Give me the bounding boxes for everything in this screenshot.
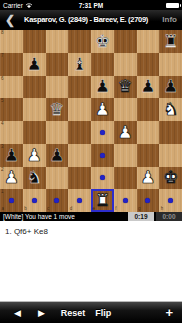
square-h6[interactable]: ♟	[159, 76, 182, 99]
battery-icon	[166, 3, 179, 8]
square-g2[interactable]: ♟	[137, 167, 160, 190]
square-b2[interactable]: ♞	[23, 167, 46, 190]
square-d2[interactable]	[68, 167, 91, 190]
square-h7[interactable]	[159, 53, 182, 76]
square-b1[interactable]: b	[23, 189, 46, 212]
file-label-b: b	[24, 207, 27, 212]
square-a7[interactable]: 7	[0, 53, 23, 76]
square-a1[interactable]: 1a	[0, 189, 23, 212]
square-c1[interactable]: c	[46, 189, 69, 212]
rank-label-1: 1	[1, 190, 4, 195]
rank-label-7: 7	[1, 54, 4, 59]
game-status-strip: [White] You have 1 move 0:19 0:00	[0, 212, 182, 221]
black-pawn[interactable]: ♟	[140, 78, 155, 95]
legal-move-dot[interactable]	[145, 198, 150, 203]
flip-board-button[interactable]: Flip	[95, 308, 111, 318]
square-c4[interactable]	[46, 121, 69, 144]
app-window: Carrier 7:31 PM ❮ Kasparov, G. (2849) - …	[0, 0, 182, 323]
legal-move-dot[interactable]	[100, 175, 105, 180]
navigation-bar: ❮ Kasparov, G. (2849) - Bareev, E. (2709…	[0, 10, 182, 30]
file-label-d: d	[70, 207, 73, 212]
legal-move-dot[interactable]	[168, 198, 173, 203]
turn-message: [White] You have 1 move	[0, 212, 128, 221]
white-pawn[interactable]: ♟	[140, 169, 155, 186]
legal-move-dot[interactable]	[123, 198, 128, 203]
file-label-h: h	[161, 207, 164, 212]
square-e3[interactable]	[91, 144, 114, 167]
legal-move-dot[interactable]	[100, 130, 105, 135]
next-move-button[interactable]: ▶	[38, 308, 45, 318]
square-e5[interactable]: ♟	[91, 98, 114, 121]
reset-button[interactable]: Reset	[61, 308, 86, 318]
white-clock: 0:19	[128, 212, 154, 221]
white-knight[interactable]: ♞	[163, 101, 178, 118]
rank-label-4: 4	[1, 122, 4, 127]
rank-label-6: 6	[1, 77, 4, 82]
black-clock: 0:00	[156, 212, 182, 221]
white-pawn[interactable]: ♟	[4, 169, 19, 186]
previous-move-button[interactable]: ◀	[14, 308, 21, 318]
square-h5[interactable]: ♞	[159, 98, 182, 121]
square-c5[interactable]: ♛	[46, 98, 69, 121]
square-f5[interactable]	[114, 98, 137, 121]
square-b8[interactable]	[23, 30, 46, 53]
black-queen[interactable]: ♛	[49, 101, 64, 118]
black-rook[interactable]: ♜	[163, 33, 178, 50]
square-g6[interactable]: ♟	[137, 76, 160, 99]
square-c7[interactable]	[46, 53, 69, 76]
square-h4[interactable]	[159, 121, 182, 144]
black-pawn[interactable]: ♟	[49, 147, 64, 164]
square-b6[interactable]	[23, 76, 46, 99]
file-label-c: c	[47, 207, 49, 212]
square-e1[interactable]: e♜	[91, 189, 114, 212]
square-g5[interactable]	[137, 98, 160, 121]
square-f8[interactable]	[114, 30, 137, 53]
square-h3[interactable]	[159, 144, 182, 167]
square-g4[interactable]	[137, 121, 160, 144]
black-pawn[interactable]: ♟	[27, 56, 42, 73]
clock-time: 7:31 PM	[0, 2, 182, 9]
square-c2[interactable]	[46, 167, 69, 190]
square-c8[interactable]	[46, 30, 69, 53]
square-d6[interactable]	[68, 76, 91, 99]
white-pawn[interactable]: ♟	[118, 124, 133, 141]
square-d5[interactable]	[68, 98, 91, 121]
square-a5[interactable]: 5	[0, 98, 23, 121]
square-d8[interactable]	[68, 30, 91, 53]
move-list: 1. Qf6+ Ke8	[0, 221, 182, 301]
move-line[interactable]: 1. Qf6+ Ke8	[5, 227, 48, 236]
square-g8[interactable]	[137, 30, 160, 53]
square-h1[interactable]: h	[159, 189, 182, 212]
white-rook[interactable]: ♜	[95, 192, 110, 209]
square-b7[interactable]: ♟	[23, 53, 46, 76]
square-c3[interactable]: ♟	[46, 144, 69, 167]
legal-move-dot[interactable]	[9, 198, 14, 203]
square-e6[interactable]: ♟	[91, 76, 114, 99]
chess-board: 8♚♜7♟♝6♟♛♟♟5♛♟♞4♟3♟♟♟2♟♞♟♚1abcde♜fgh	[0, 30, 182, 212]
page-title: Kasparov, G. (2849) - Bareev, E. (2709)	[16, 15, 156, 24]
square-f2[interactable]	[114, 167, 137, 190]
square-a6[interactable]: 6	[0, 76, 23, 99]
square-e8[interactable]: ♚	[91, 30, 114, 53]
file-label-a: a	[2, 207, 5, 212]
legal-move-dot[interactable]	[100, 153, 105, 158]
ios-status-bar: Carrier 7:31 PM	[0, 0, 182, 10]
white-pawn[interactable]: ♟	[27, 147, 42, 164]
black-bishop[interactable]: ♝	[72, 56, 87, 73]
square-d7[interactable]: ♝	[68, 53, 91, 76]
square-d4[interactable]	[68, 121, 91, 144]
square-f1[interactable]: f	[114, 189, 137, 212]
info-button[interactable]: Info	[162, 15, 182, 24]
black-pawn[interactable]: ♟	[4, 147, 19, 164]
square-g7[interactable]	[137, 53, 160, 76]
square-b5[interactable]	[23, 98, 46, 121]
square-h8[interactable]: ♜	[159, 30, 182, 53]
white-king[interactable]: ♚	[163, 169, 178, 186]
square-d1[interactable]: d	[68, 189, 91, 212]
square-g1[interactable]: g	[137, 189, 160, 212]
square-g3[interactable]	[137, 144, 160, 167]
square-e2[interactable]	[91, 167, 114, 190]
square-f6[interactable]: ♛	[114, 76, 137, 99]
square-f3[interactable]	[114, 144, 137, 167]
file-label-f: f	[115, 207, 116, 212]
square-a3[interactable]: 3♟	[0, 144, 23, 167]
legal-move-dot[interactable]	[77, 198, 82, 203]
square-b3[interactable]: ♟	[23, 144, 46, 167]
square-a4[interactable]: 4	[0, 121, 23, 144]
square-h2[interactable]: ♚	[159, 167, 182, 190]
square-a8[interactable]: 8	[0, 30, 23, 53]
square-f7[interactable]	[114, 53, 137, 76]
legal-move-dot[interactable]	[54, 198, 59, 203]
black-pawn[interactable]: ♟	[95, 78, 110, 95]
black-pawn[interactable]: ♟	[163, 78, 178, 95]
bottom-toolbar: ◀ ▶ Reset Flip +	[0, 301, 182, 323]
square-b4[interactable]	[23, 121, 46, 144]
square-a2[interactable]: 2♟	[0, 167, 23, 190]
square-f4[interactable]: ♟	[114, 121, 137, 144]
file-label-g: g	[138, 207, 141, 212]
black-king[interactable]: ♚	[95, 33, 110, 50]
square-c6[interactable]	[46, 76, 69, 99]
square-e4[interactable]	[91, 121, 114, 144]
white-queen[interactable]: ♛	[118, 78, 133, 95]
legal-move-dot[interactable]	[32, 198, 37, 203]
rank-label-8: 8	[1, 31, 4, 36]
square-e7[interactable]	[91, 53, 114, 76]
rank-label-5: 5	[1, 99, 4, 104]
black-knight[interactable]: ♞	[27, 169, 42, 186]
add-button[interactable]: +	[165, 305, 173, 320]
square-d3[interactable]	[68, 144, 91, 167]
white-pawn[interactable]: ♟	[95, 101, 110, 118]
